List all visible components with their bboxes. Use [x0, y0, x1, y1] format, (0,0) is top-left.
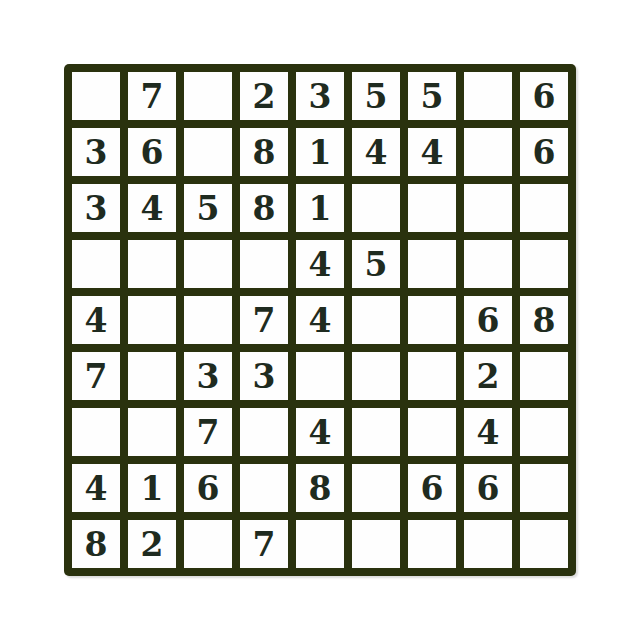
- grid-cell-r8c4[interactable]: [240, 464, 288, 512]
- grid-cell-r1c6[interactable]: 5: [352, 72, 400, 120]
- grid-cell-r1c9[interactable]: 6: [520, 72, 568, 120]
- grid-cell-r6c7[interactable]: [408, 352, 456, 400]
- grid-cell-r2c7[interactable]: 4: [408, 128, 456, 176]
- grid-cell-r4c9[interactable]: [520, 240, 568, 288]
- grid-cell-r8c3[interactable]: 6: [184, 464, 232, 512]
- grid-cell-r2c6[interactable]: 4: [352, 128, 400, 176]
- grid-cell-r3c5[interactable]: 1: [296, 184, 344, 232]
- grid-cell-r2c1[interactable]: 3: [72, 128, 120, 176]
- grid-cell-r3c9[interactable]: [520, 184, 568, 232]
- grid-cell-r6c8[interactable]: 2: [464, 352, 512, 400]
- grid-cell-r6c6[interactable]: [352, 352, 400, 400]
- grid-cell-r4c1[interactable]: [72, 240, 120, 288]
- grid-cell-r4c3[interactable]: [184, 240, 232, 288]
- grid-cell-r7c7[interactable]: [408, 408, 456, 456]
- grid-cell-r5c9[interactable]: 8: [520, 296, 568, 344]
- grid-cell-r2c5[interactable]: 1: [296, 128, 344, 176]
- grid-cell-r2c4[interactable]: 8: [240, 128, 288, 176]
- grid-cell-r3c7[interactable]: [408, 184, 456, 232]
- grid-cell-r5c6[interactable]: [352, 296, 400, 344]
- grid-cell-r4c5[interactable]: 4: [296, 240, 344, 288]
- grid-cell-r7c2[interactable]: [128, 408, 176, 456]
- grid-cell-r7c6[interactable]: [352, 408, 400, 456]
- grid-cell-r7c4[interactable]: [240, 408, 288, 456]
- grid-cell-r3c2[interactable]: 4: [128, 184, 176, 232]
- grid-cell-r6c3[interactable]: 3: [184, 352, 232, 400]
- grid-cell-r6c1[interactable]: 7: [72, 352, 120, 400]
- grid-cell-r5c2[interactable]: [128, 296, 176, 344]
- grid-cell-r8c5[interactable]: 8: [296, 464, 344, 512]
- grid-cell-r5c4[interactable]: 7: [240, 296, 288, 344]
- grid-cell-r9c3[interactable]: [184, 520, 232, 568]
- puzzle-board: 7235563681446345814547468733274441686682…: [64, 64, 576, 576]
- grid-cell-r2c9[interactable]: 6: [520, 128, 568, 176]
- grid-cell-r1c3[interactable]: [184, 72, 232, 120]
- grid-cell-r4c8[interactable]: [464, 240, 512, 288]
- grid-cell-r9c9[interactable]: [520, 520, 568, 568]
- grid-cell-r6c4[interactable]: 3: [240, 352, 288, 400]
- grid-cell-r7c3[interactable]: 7: [184, 408, 232, 456]
- grid-cell-r9c4[interactable]: 7: [240, 520, 288, 568]
- grid-cell-r9c6[interactable]: [352, 520, 400, 568]
- grid-cell-r7c1[interactable]: [72, 408, 120, 456]
- grid-cell-r7c5[interactable]: 4: [296, 408, 344, 456]
- puzzle-page: 7235563681446345814547468733274441686682…: [0, 0, 640, 640]
- grid-cell-r3c1[interactable]: 3: [72, 184, 120, 232]
- grid-cell-r5c7[interactable]: [408, 296, 456, 344]
- grid-cell-r2c2[interactable]: 6: [128, 128, 176, 176]
- grid-cell-r4c6[interactable]: 5: [352, 240, 400, 288]
- grid-cell-r4c7[interactable]: [408, 240, 456, 288]
- grid-cell-r5c5[interactable]: 4: [296, 296, 344, 344]
- grid-cell-r1c8[interactable]: [464, 72, 512, 120]
- grid-cell-r5c3[interactable]: [184, 296, 232, 344]
- grid-cell-r9c2[interactable]: 2: [128, 520, 176, 568]
- grid-cell-r3c8[interactable]: [464, 184, 512, 232]
- grid-cell-r3c4[interactable]: 8: [240, 184, 288, 232]
- grid-cell-r2c3[interactable]: [184, 128, 232, 176]
- grid-cell-r8c2[interactable]: 1: [128, 464, 176, 512]
- grid-cell-r1c5[interactable]: 3: [296, 72, 344, 120]
- grid-cell-r1c1[interactable]: [72, 72, 120, 120]
- grid-cell-r1c2[interactable]: 7: [128, 72, 176, 120]
- grid-cell-r7c8[interactable]: 4: [464, 408, 512, 456]
- grid-cell-r9c8[interactable]: [464, 520, 512, 568]
- grid-cell-r8c9[interactable]: [520, 464, 568, 512]
- grid-cell-r8c8[interactable]: 6: [464, 464, 512, 512]
- grid-cell-r1c7[interactable]: 5: [408, 72, 456, 120]
- grid-cell-r6c5[interactable]: [296, 352, 344, 400]
- grid-cell-r3c3[interactable]: 5: [184, 184, 232, 232]
- grid-cell-r7c9[interactable]: [520, 408, 568, 456]
- grid-cell-r5c1[interactable]: 4: [72, 296, 120, 344]
- grid-cell-r3c6[interactable]: [352, 184, 400, 232]
- grid-cell-r6c9[interactable]: [520, 352, 568, 400]
- grid-cell-r5c8[interactable]: 6: [464, 296, 512, 344]
- grid-cell-r9c7[interactable]: [408, 520, 456, 568]
- grid-cell-r2c8[interactable]: [464, 128, 512, 176]
- grid-cell-r9c1[interactable]: 8: [72, 520, 120, 568]
- grid-cell-r4c4[interactable]: [240, 240, 288, 288]
- grid-cell-r6c2[interactable]: [128, 352, 176, 400]
- grid-cell-r8c7[interactable]: 6: [408, 464, 456, 512]
- grid-cell-r1c4[interactable]: 2: [240, 72, 288, 120]
- grid-cell-r8c6[interactable]: [352, 464, 400, 512]
- grid-cell-r9c5[interactable]: [296, 520, 344, 568]
- grid-cell-r4c2[interactable]: [128, 240, 176, 288]
- grid-cell-r8c1[interactable]: 4: [72, 464, 120, 512]
